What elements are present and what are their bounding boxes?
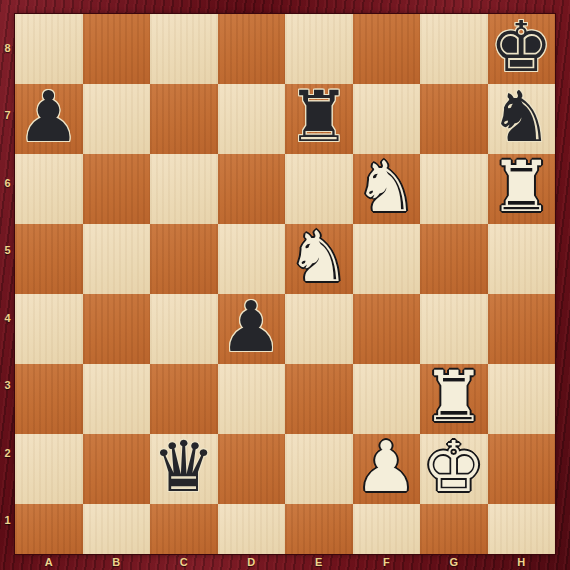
file-label-c: C <box>150 554 218 570</box>
square-g5[interactable] <box>420 224 488 294</box>
square-e6[interactable] <box>285 154 353 224</box>
square-c5[interactable] <box>150 224 218 294</box>
square-e7[interactable]: ♜ <box>285 84 353 154</box>
square-a6[interactable] <box>15 154 83 224</box>
black-king[interactable]: ♚ <box>490 12 553 82</box>
square-h7[interactable]: ♞ <box>488 84 556 154</box>
square-f3[interactable] <box>353 364 421 434</box>
square-e2[interactable] <box>285 434 353 504</box>
file-label-b: B <box>83 554 151 570</box>
square-a2[interactable] <box>15 434 83 504</box>
square-e5[interactable]: ♞ <box>285 224 353 294</box>
square-a8[interactable] <box>15 14 83 84</box>
black-queen[interactable]: ♛ <box>152 432 215 502</box>
square-e4[interactable] <box>285 294 353 364</box>
square-e8[interactable] <box>285 14 353 84</box>
square-c4[interactable] <box>150 294 218 364</box>
file-label-h: H <box>488 554 556 570</box>
square-d2[interactable] <box>218 434 286 504</box>
file-label-g: G <box>420 554 488 570</box>
file-label-e: E <box>285 554 353 570</box>
square-c8[interactable] <box>150 14 218 84</box>
square-g4[interactable] <box>420 294 488 364</box>
square-a1[interactable] <box>15 504 83 554</box>
square-d5[interactable] <box>218 224 286 294</box>
square-f5[interactable] <box>353 224 421 294</box>
white-knight[interactable]: ♞ <box>287 222 350 292</box>
square-b1[interactable] <box>83 504 151 554</box>
square-a4[interactable] <box>15 294 83 364</box>
square-f4[interactable] <box>353 294 421 364</box>
square-g1[interactable] <box>420 504 488 554</box>
square-h1[interactable] <box>488 504 556 554</box>
square-h5[interactable] <box>488 224 556 294</box>
black-rook[interactable]: ♜ <box>287 82 350 152</box>
black-pawn[interactable]: ♟ <box>220 292 283 362</box>
black-knight[interactable]: ♞ <box>490 82 553 152</box>
square-b7[interactable] <box>83 84 151 154</box>
rank-label-2: 2 <box>0 419 15 487</box>
square-d1[interactable] <box>218 504 286 554</box>
square-f7[interactable] <box>353 84 421 154</box>
square-f6[interactable]: ♞ <box>353 154 421 224</box>
square-b5[interactable] <box>83 224 151 294</box>
square-c3[interactable] <box>150 364 218 434</box>
chess-board-frame: 87654321 ABCDEFGH ♚♟♜♞♞♜♞♟♜♛♟♚ <box>0 0 570 570</box>
square-f1[interactable] <box>353 504 421 554</box>
square-b3[interactable] <box>83 364 151 434</box>
square-a3[interactable] <box>15 364 83 434</box>
file-label-d: D <box>218 554 286 570</box>
square-g2[interactable]: ♚ <box>420 434 488 504</box>
square-f2[interactable]: ♟ <box>353 434 421 504</box>
square-b6[interactable] <box>83 154 151 224</box>
square-c2[interactable]: ♛ <box>150 434 218 504</box>
square-a5[interactable] <box>15 224 83 294</box>
square-g7[interactable] <box>420 84 488 154</box>
square-c7[interactable] <box>150 84 218 154</box>
square-h8[interactable]: ♚ <box>488 14 556 84</box>
square-c6[interactable] <box>150 154 218 224</box>
rank-label-8: 8 <box>0 14 15 82</box>
square-b4[interactable] <box>83 294 151 364</box>
square-d6[interactable] <box>218 154 286 224</box>
square-h4[interactable] <box>488 294 556 364</box>
square-g3[interactable]: ♜ <box>420 364 488 434</box>
white-knight[interactable]: ♞ <box>355 152 418 222</box>
white-king[interactable]: ♚ <box>422 432 485 502</box>
square-c1[interactable] <box>150 504 218 554</box>
square-a7[interactable]: ♟ <box>15 84 83 154</box>
white-rook[interactable]: ♜ <box>422 362 485 432</box>
square-g6[interactable] <box>420 154 488 224</box>
file-labels: ABCDEFGH <box>15 554 555 570</box>
file-label-f: F <box>353 554 421 570</box>
rank-label-7: 7 <box>0 82 15 150</box>
square-d3[interactable] <box>218 364 286 434</box>
square-f8[interactable] <box>353 14 421 84</box>
square-e1[interactable] <box>285 504 353 554</box>
rank-label-6: 6 <box>0 149 15 217</box>
square-h6[interactable]: ♜ <box>488 154 556 224</box>
square-d8[interactable] <box>218 14 286 84</box>
file-label-a: A <box>15 554 83 570</box>
square-h2[interactable] <box>488 434 556 504</box>
square-d7[interactable] <box>218 84 286 154</box>
square-d4[interactable]: ♟ <box>218 294 286 364</box>
white-rook[interactable]: ♜ <box>490 152 553 222</box>
rank-label-3: 3 <box>0 352 15 420</box>
square-e3[interactable] <box>285 364 353 434</box>
black-pawn[interactable]: ♟ <box>17 82 80 152</box>
rank-label-4: 4 <box>0 284 15 352</box>
rank-label-5: 5 <box>0 217 15 285</box>
square-b2[interactable] <box>83 434 151 504</box>
white-pawn[interactable]: ♟ <box>355 432 418 502</box>
square-g8[interactable] <box>420 14 488 84</box>
rank-label-1: 1 <box>0 487 15 555</box>
square-b8[interactable] <box>83 14 151 84</box>
rank-labels: 87654321 <box>0 14 15 554</box>
board: ♚♟♜♞♞♜♞♟♜♛♟♚ <box>15 14 555 554</box>
square-h3[interactable] <box>488 364 556 434</box>
